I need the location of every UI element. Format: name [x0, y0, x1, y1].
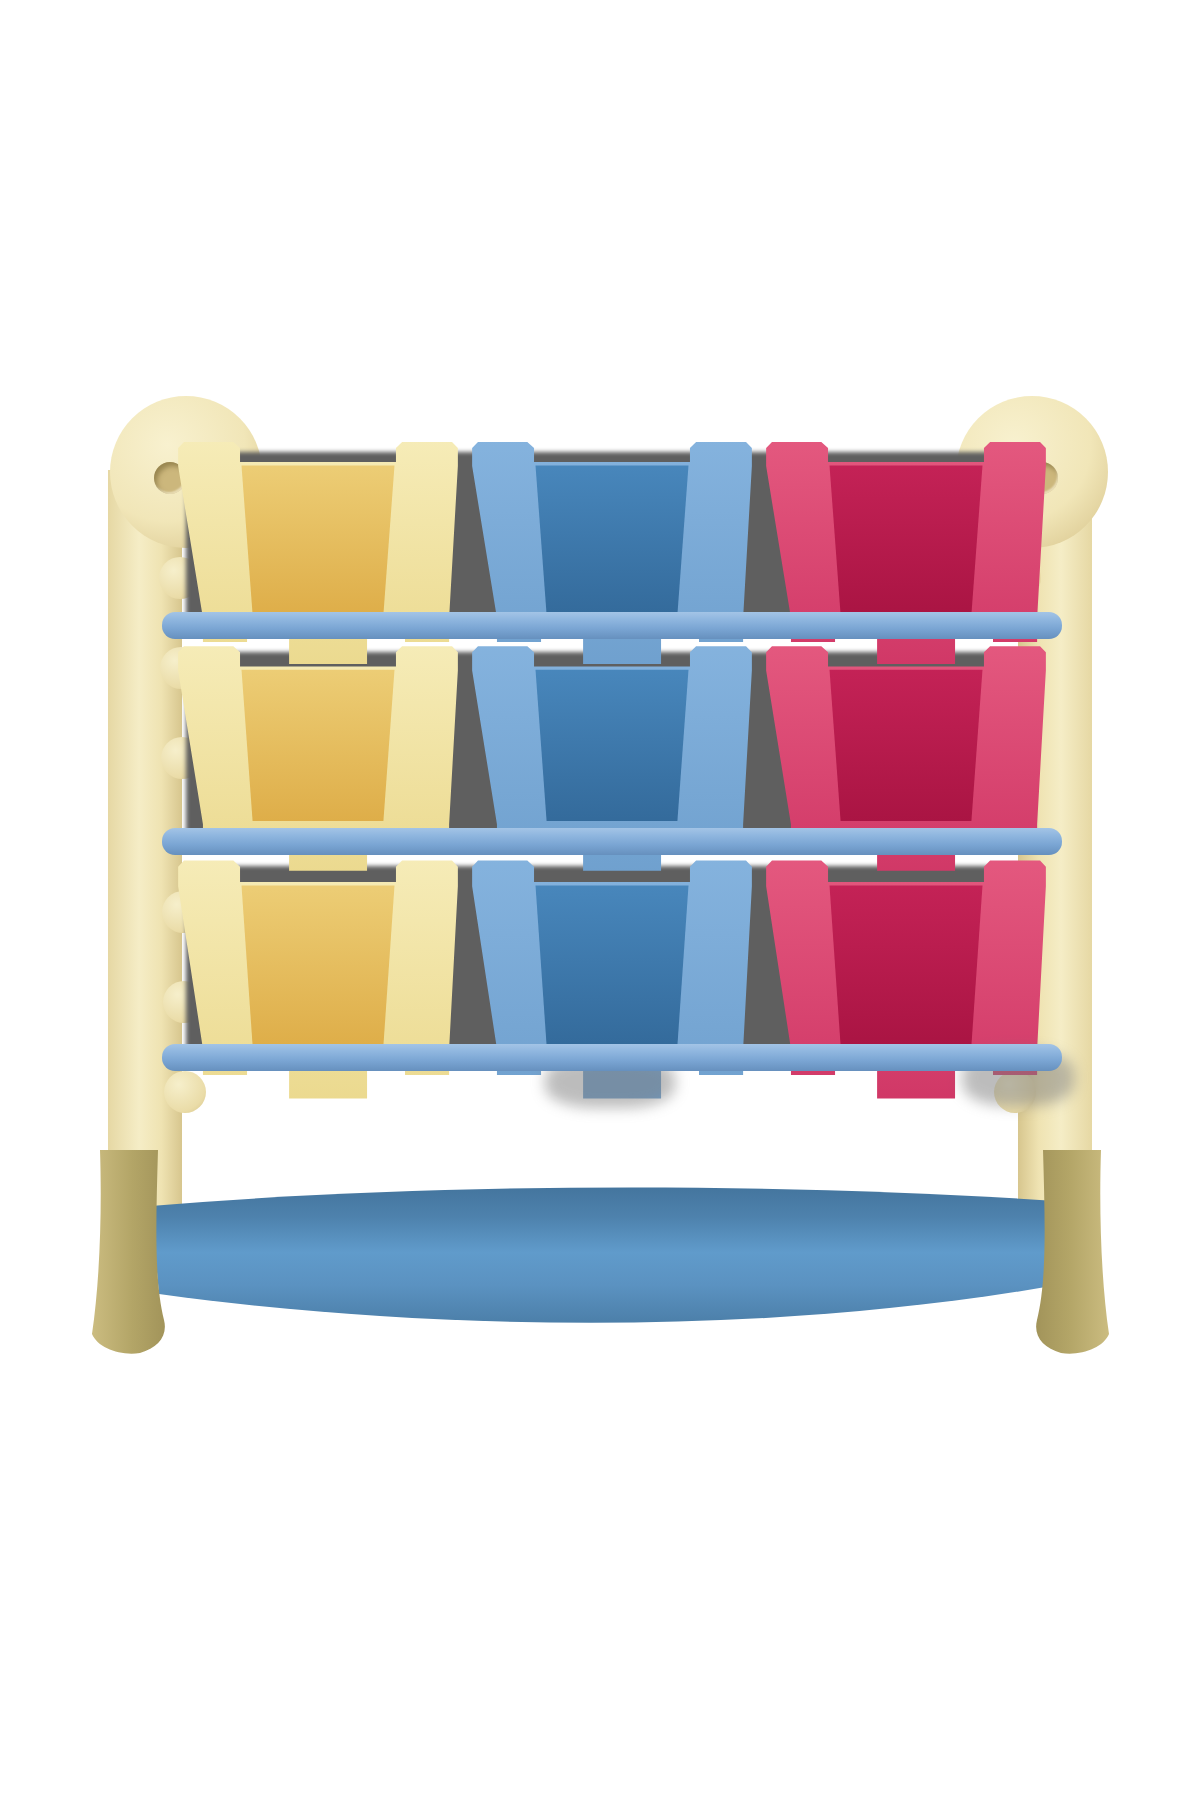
bottom-tray	[135, 1172, 1087, 1340]
shelf-rail-1	[162, 612, 1062, 639]
shelf-rail-2	[162, 828, 1062, 855]
product-photo	[0, 0, 1200, 1800]
shelf-rail-3	[162, 1044, 1062, 1071]
right-foot	[1022, 1150, 1117, 1360]
left-foot	[84, 1150, 179, 1360]
